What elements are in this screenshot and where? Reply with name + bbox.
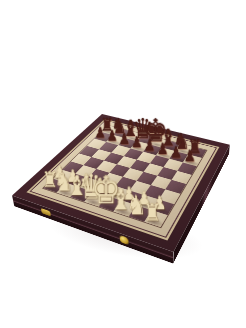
- board-frame: ♜♞♝♛♚♝♞♜♟♟♟♟♟♟♟♟♟♟♟♟♟♟♟♟♜♞♝♛♚♝♞♜: [12, 114, 230, 252]
- board-grid: ♜♞♝♛♚♝♞♜♟♟♟♟♟♟♟♟♟♟♟♟♟♟♟♟♜♞♝♛♚♝♞♜: [42, 125, 208, 228]
- chess-set-product-photo[interactable]: ♜♞♝♛♚♝♞♜♟♟♟♟♟♟♟♟♟♟♟♟♟♟♟♟♜♞♝♛♚♝♞♜: [0, 0, 246, 328]
- black-pawn-h7: ♟: [172, 148, 208, 164]
- square-h6: [177, 162, 196, 174]
- white-rook-h1: ♜: [131, 201, 174, 225]
- square-c5: [104, 153, 124, 165]
- brass-clasp-icon: [120, 235, 129, 245]
- chess-board: ♜♞♝♛♚♝♞♜♟♟♟♟♟♟♟♟♟♟♟♟♟♟♟♟♜♞♝♛♚♝♞♜: [12, 114, 230, 252]
- brass-hinge-icon: [41, 208, 51, 216]
- square-h1: ♜: [144, 210, 167, 227]
- board-perspective-wrap: ♜♞♝♛♚♝♞♜♟♟♟♟♟♟♟♟♟♟♟♟♟♟♟♟♜♞♝♛♚♝♞♜: [0, 0, 246, 328]
